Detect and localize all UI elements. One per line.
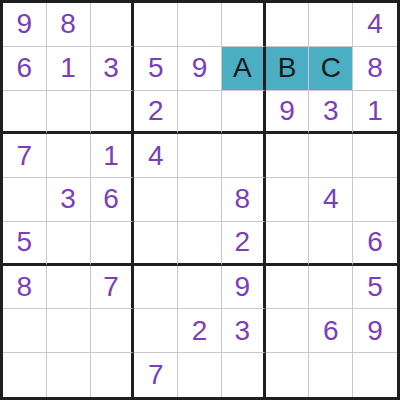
sudoku-board: 98461359ABC829317143684526879523697 xyxy=(0,0,400,400)
cell-r6c9[interactable]: 6 xyxy=(353,222,397,266)
cell-r8c1[interactable] xyxy=(3,309,47,353)
cell-r1c1[interactable]: 9 xyxy=(3,3,47,47)
cell-r8c9[interactable]: 9 xyxy=(353,309,397,353)
cell-r2c7[interactable]: B xyxy=(266,47,310,91)
cell-r4c3[interactable]: 1 xyxy=(91,134,135,178)
cell-r9c8[interactable] xyxy=(309,353,353,397)
cell-r8c6[interactable]: 3 xyxy=(222,309,266,353)
cell-r3c5[interactable] xyxy=(178,91,222,135)
cell-r9c3[interactable] xyxy=(91,353,135,397)
cell-r2c4[interactable]: 5 xyxy=(134,47,178,91)
cell-r3c3[interactable] xyxy=(91,91,135,135)
cell-r3c9[interactable]: 1 xyxy=(353,91,397,135)
cell-r4c6[interactable] xyxy=(222,134,266,178)
cell-r8c4[interactable] xyxy=(134,309,178,353)
cell-r5c5[interactable] xyxy=(178,178,222,222)
cell-r5c3[interactable]: 6 xyxy=(91,178,135,222)
cell-r6c6[interactable]: 2 xyxy=(222,222,266,266)
cell-r1c6[interactable] xyxy=(222,3,266,47)
cell-r4c5[interactable] xyxy=(178,134,222,178)
cell-r7c2[interactable] xyxy=(47,266,91,310)
cell-r5c2[interactable]: 3 xyxy=(47,178,91,222)
cell-r8c2[interactable] xyxy=(47,309,91,353)
cell-r4c1[interactable]: 7 xyxy=(3,134,47,178)
cell-r7c6[interactable]: 9 xyxy=(222,266,266,310)
cell-r1c3[interactable] xyxy=(91,3,135,47)
cell-r5c7[interactable] xyxy=(266,178,310,222)
cell-r6c5[interactable] xyxy=(178,222,222,266)
cell-r3c8[interactable]: 3 xyxy=(309,91,353,135)
cell-r1c5[interactable] xyxy=(178,3,222,47)
cell-r7c1[interactable]: 8 xyxy=(3,266,47,310)
cell-r1c2[interactable]: 8 xyxy=(47,3,91,47)
cell-r9c6[interactable] xyxy=(222,353,266,397)
cell-r6c3[interactable] xyxy=(91,222,135,266)
cell-r5c1[interactable] xyxy=(3,178,47,222)
cell-r7c8[interactable] xyxy=(309,266,353,310)
cell-r2c8[interactable]: C xyxy=(309,47,353,91)
cell-r5c4[interactable] xyxy=(134,178,178,222)
cell-r8c3[interactable] xyxy=(91,309,135,353)
cell-r6c1[interactable]: 5 xyxy=(3,222,47,266)
cell-r2c1[interactable]: 6 xyxy=(3,47,47,91)
cell-r9c2[interactable] xyxy=(47,353,91,397)
cell-r2c3[interactable]: 3 xyxy=(91,47,135,91)
cell-r1c8[interactable] xyxy=(309,3,353,47)
cell-r4c2[interactable] xyxy=(47,134,91,178)
cell-r3c2[interactable] xyxy=(47,91,91,135)
cell-r9c4[interactable]: 7 xyxy=(134,353,178,397)
cell-r4c9[interactable] xyxy=(353,134,397,178)
cell-r2c5[interactable]: 9 xyxy=(178,47,222,91)
cell-r6c4[interactable] xyxy=(134,222,178,266)
cell-r5c9[interactable] xyxy=(353,178,397,222)
cell-r8c5[interactable]: 2 xyxy=(178,309,222,353)
cell-r7c4[interactable] xyxy=(134,266,178,310)
cell-r5c6[interactable]: 8 xyxy=(222,178,266,222)
cell-r8c8[interactable]: 6 xyxy=(309,309,353,353)
cell-r1c7[interactable] xyxy=(266,3,310,47)
cell-r7c9[interactable]: 5 xyxy=(353,266,397,310)
cell-r3c7[interactable]: 9 xyxy=(266,91,310,135)
cell-r3c1[interactable] xyxy=(3,91,47,135)
cell-r9c5[interactable] xyxy=(178,353,222,397)
cell-r9c7[interactable] xyxy=(266,353,310,397)
cell-r6c2[interactable] xyxy=(47,222,91,266)
cell-r3c4[interactable]: 2 xyxy=(134,91,178,135)
cell-r4c7[interactable] xyxy=(266,134,310,178)
cell-r2c6[interactable]: A xyxy=(222,47,266,91)
cell-r2c2[interactable]: 1 xyxy=(47,47,91,91)
cell-r6c8[interactable] xyxy=(309,222,353,266)
cell-r1c4[interactable] xyxy=(134,3,178,47)
cell-r4c8[interactable] xyxy=(309,134,353,178)
cell-r1c9[interactable]: 4 xyxy=(353,3,397,47)
cell-r8c7[interactable] xyxy=(266,309,310,353)
cell-r2c9[interactable]: 8 xyxy=(353,47,397,91)
cell-r3c6[interactable] xyxy=(222,91,266,135)
cell-r9c1[interactable] xyxy=(3,353,47,397)
cell-r6c7[interactable] xyxy=(266,222,310,266)
cell-r4c4[interactable]: 4 xyxy=(134,134,178,178)
cell-r7c3[interactable]: 7 xyxy=(91,266,135,310)
cell-r7c7[interactable] xyxy=(266,266,310,310)
cell-r7c5[interactable] xyxy=(178,266,222,310)
cell-r9c9[interactable] xyxy=(353,353,397,397)
cell-r5c8[interactable]: 4 xyxy=(309,178,353,222)
